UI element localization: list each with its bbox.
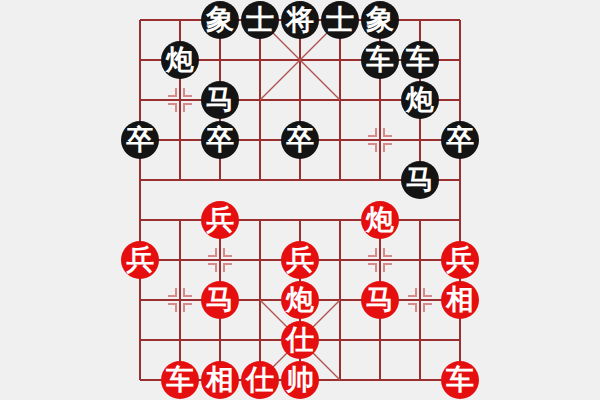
piece-red-soldier[interactable]: 兵 bbox=[201, 201, 239, 239]
piece-red-advisor[interactable]: 仕 bbox=[241, 361, 279, 399]
piece-red-general[interactable]: 帅 bbox=[281, 361, 319, 399]
piece-black-cannon[interactable]: 炮 bbox=[401, 81, 439, 119]
piece-red-chariot[interactable]: 车 bbox=[441, 361, 479, 399]
piece-red-horse[interactable]: 马 bbox=[361, 281, 399, 319]
piece-black-advisor[interactable]: 士 bbox=[321, 1, 359, 39]
piece-black-soldier[interactable]: 卒 bbox=[281, 121, 319, 159]
piece-red-cannon[interactable]: 炮 bbox=[281, 281, 319, 319]
piece-black-general[interactable]: 将 bbox=[281, 1, 319, 39]
piece-black-advisor[interactable]: 士 bbox=[241, 1, 279, 39]
piece-red-advisor[interactable]: 仕 bbox=[281, 321, 319, 359]
piece-red-soldier[interactable]: 兵 bbox=[121, 241, 159, 279]
piece-black-chariot[interactable]: 车 bbox=[361, 41, 399, 79]
piece-black-elephant[interactable]: 象 bbox=[361, 1, 399, 39]
piece-black-soldier[interactable]: 卒 bbox=[441, 121, 479, 159]
piece-black-horse[interactable]: 马 bbox=[401, 161, 439, 199]
piece-black-cannon[interactable]: 炮 bbox=[161, 41, 199, 79]
piece-black-elephant[interactable]: 象 bbox=[201, 1, 239, 39]
pieces-layer: 象士将士象炮车车马炮卒卒卒卒马兵炮兵兵兵马炮马相仕车相仕帅车 bbox=[0, 0, 600, 400]
piece-red-cannon[interactable]: 炮 bbox=[361, 201, 399, 239]
piece-black-chariot[interactable]: 车 bbox=[401, 41, 439, 79]
piece-red-elephant[interactable]: 相 bbox=[201, 361, 239, 399]
piece-red-chariot[interactable]: 车 bbox=[161, 361, 199, 399]
piece-red-soldier[interactable]: 兵 bbox=[441, 241, 479, 279]
xiangqi-board-screen: 象士将士象炮车车马炮卒卒卒卒马兵炮兵兵兵马炮马相仕车相仕帅车 bbox=[0, 0, 600, 400]
piece-black-soldier[interactable]: 卒 bbox=[121, 121, 159, 159]
piece-black-horse[interactable]: 马 bbox=[201, 81, 239, 119]
piece-black-soldier[interactable]: 卒 bbox=[201, 121, 239, 159]
piece-red-soldier[interactable]: 兵 bbox=[281, 241, 319, 279]
piece-red-horse[interactable]: 马 bbox=[201, 281, 239, 319]
piece-red-elephant[interactable]: 相 bbox=[441, 281, 479, 319]
